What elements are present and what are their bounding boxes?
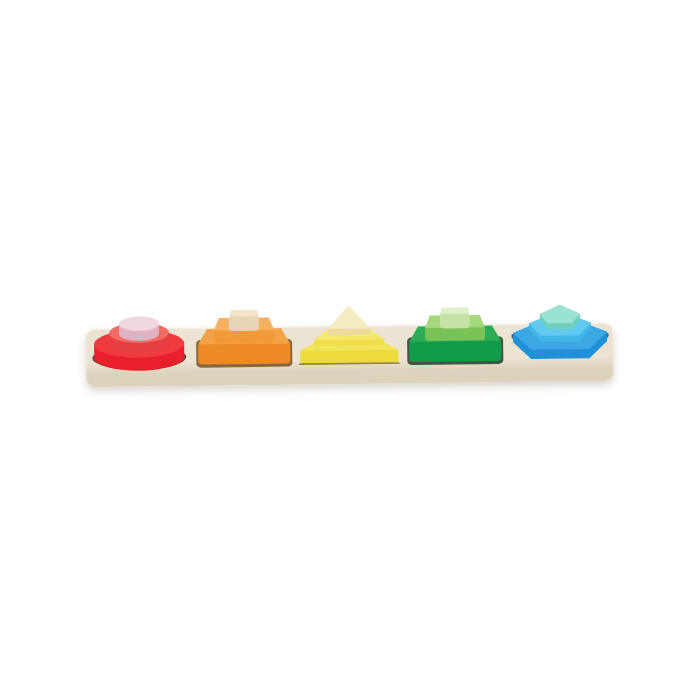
stack-green-square-stack <box>402 296 507 371</box>
piece-small-mint-pentagon <box>540 304 580 329</box>
stack-red-circle-stack <box>86 300 191 375</box>
slot-cell-4-square <box>402 296 507 371</box>
piece-small-pale-green-square <box>440 307 470 328</box>
stack-yellow-triangle-stack <box>297 297 402 372</box>
stack-orange-square-stack <box>192 299 297 374</box>
slot-cell-2-square <box>192 299 297 374</box>
piece-small-cream-square <box>229 310 259 331</box>
piece-small-pink-circle <box>118 316 158 341</box>
slot-grid <box>85 269 613 375</box>
stack-blue-pentagon-stack <box>508 295 613 370</box>
shape-sorting-puzzle <box>85 269 613 395</box>
piece-small-pale-yellow-triangle <box>328 305 370 335</box>
slot-cell-3-triangle <box>297 297 402 372</box>
slot-cell-1-circle <box>86 300 191 375</box>
slot-cell-5-pentagon <box>508 295 613 370</box>
product-photo-stage <box>0 0 700 700</box>
